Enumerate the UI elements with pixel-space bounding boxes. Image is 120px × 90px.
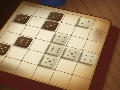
pip bbox=[55, 51, 59, 54]
pip-pattern bbox=[50, 46, 61, 54]
pip-pattern bbox=[56, 35, 66, 42]
pip-pattern bbox=[44, 57, 55, 65]
pip-pattern bbox=[19, 38, 30, 45]
pip-pattern bbox=[52, 13, 62, 19]
pip bbox=[72, 55, 76, 58]
pip bbox=[61, 40, 64, 42]
board-photo bbox=[0, 0, 120, 90]
pip bbox=[49, 63, 53, 66]
pip-pattern bbox=[66, 50, 77, 58]
pip bbox=[1, 50, 5, 53]
pip bbox=[24, 43, 28, 45]
pip-pattern bbox=[83, 54, 94, 62]
pip-pattern bbox=[0, 45, 7, 53]
pip-pattern bbox=[81, 19, 90, 25]
pip-pattern bbox=[18, 16, 28, 22]
pip bbox=[89, 59, 93, 62]
pip-pattern bbox=[46, 22, 56, 28]
